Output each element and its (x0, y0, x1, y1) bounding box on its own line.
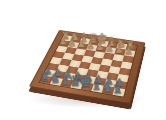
white-pawn-piece: ♟ (77, 39, 86, 49)
white-pawn-piece: ♟ (59, 37, 67, 47)
white-pawn-piece: ♟ (115, 45, 124, 55)
black-rook-piece: ♜ (112, 83, 123, 95)
square-c5 (69, 60, 81, 68)
black-knight-piece: ♞ (101, 81, 113, 94)
board-scene: ♜♞♝♛♚♝♞♜♟♟♟♟♟♟♟♟♟♟♟♟♟♟♟♟♜♞♝♛♚♝♞♜ (0, 0, 166, 120)
white-pawn-piece: ♟ (86, 41, 95, 51)
white-pawn-piece: ♟ (124, 46, 133, 56)
square-c3 (74, 48, 86, 55)
chess-set-photo: ♜♞♝♛♚♝♞♜♟♟♟♟♟♟♟♟♟♟♟♟♟♟♟♟♜♞♝♛♚♝♞♜ (0, 0, 166, 120)
chess-board: ♜♞♝♛♚♝♞♜♟♟♟♟♟♟♟♟♟♟♟♟♟♟♟♟♜♞♝♛♚♝♞♜ (29, 30, 145, 104)
white-pawn-piece: ♟ (96, 42, 105, 52)
square-b5 (59, 59, 71, 67)
square-e4 (91, 57, 103, 65)
board-squares: ♜♞♝♛♚♝♞♜♟♟♟♟♟♟♟♟♟♟♟♟♟♟♟♟♜♞♝♛♚♝♞♜ (40, 35, 137, 96)
square-d4 (81, 56, 93, 63)
square-h8: ♜ (113, 88, 126, 97)
white-pawn-piece: ♟ (68, 38, 77, 48)
square-h4 (121, 61, 133, 69)
white-pawn-piece: ♟ (105, 44, 114, 54)
square-h3 (122, 56, 133, 63)
